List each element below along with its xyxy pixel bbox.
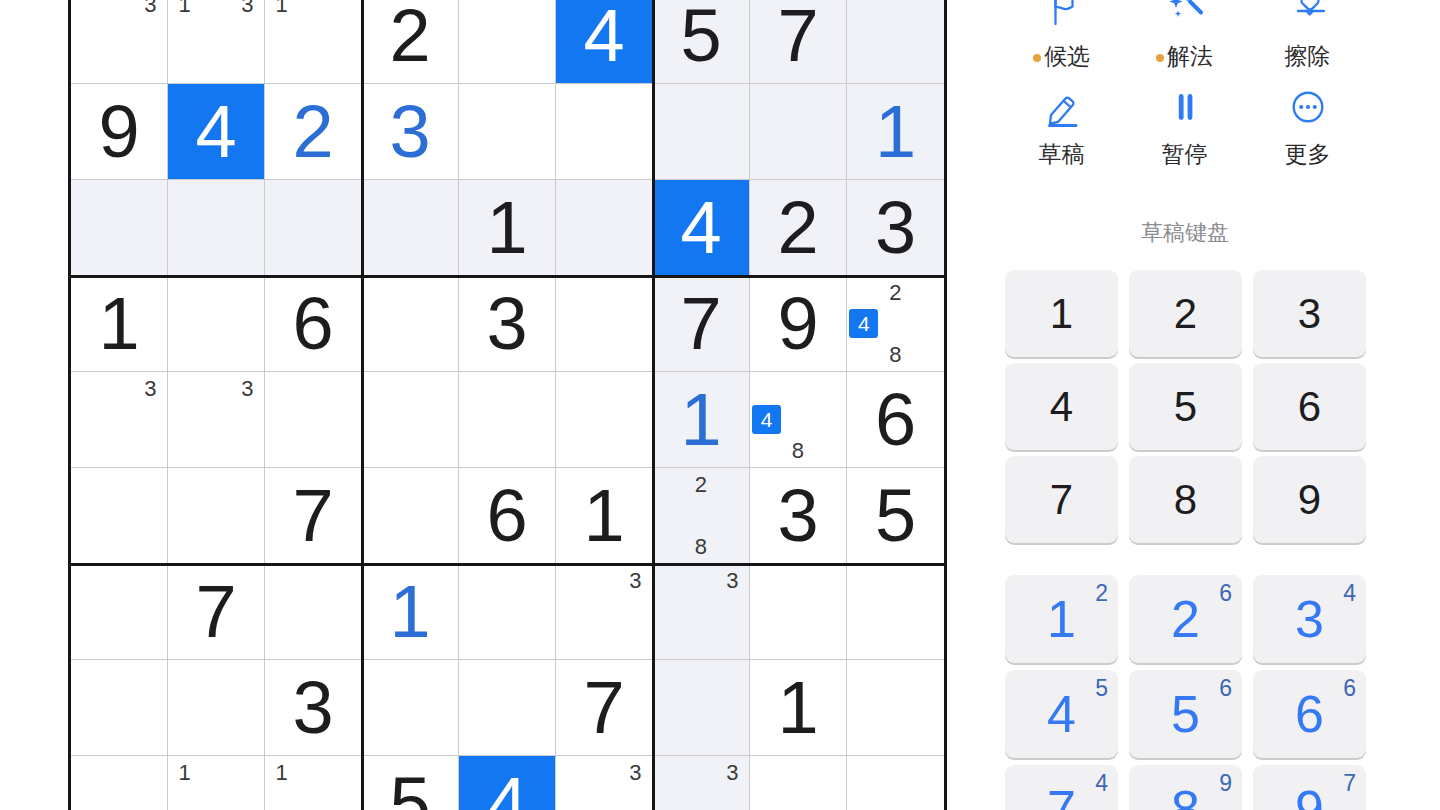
cell-r3c3[interactable]: [265, 180, 362, 276]
candidate-grid: 3: [654, 757, 748, 810]
candidate-1: 1: [169, 0, 200, 20]
cell-value: 3: [362, 84, 458, 179]
cell-r2c5[interactable]: [459, 84, 556, 180]
number-key-3[interactable]: 34: [1253, 575, 1366, 663]
cell-r5c5[interactable]: [459, 372, 556, 468]
number-key-count: 6: [1343, 675, 1356, 702]
candidate-3: 3: [717, 565, 748, 596]
number-key-digit: 9: [1295, 779, 1324, 810]
badge-dot: [1033, 54, 1041, 62]
pause-icon: [1165, 87, 1205, 127]
number-key-digit: 3: [1295, 589, 1324, 649]
cell-r3c7[interactable]: 4: [653, 180, 750, 276]
cell-r6c1[interactable]: [71, 468, 168, 564]
cell-value: 9: [750, 276, 846, 371]
cell-r5c8[interactable]: 48: [750, 372, 847, 468]
candidate-grid: 3: [557, 757, 651, 810]
tool-pause[interactable]: 暂停: [1123, 87, 1246, 167]
cell-r7c8[interactable]: [750, 564, 847, 660]
cell-value: 6: [459, 468, 555, 563]
draft-key-5[interactable]: 5: [1129, 363, 1242, 450]
cell-value: 1: [750, 660, 846, 755]
number-key-digit: 5: [1171, 684, 1200, 744]
cell-r4c4[interactable]: [362, 276, 459, 372]
cell-value: 4: [168, 84, 264, 179]
draft-keyboard-title: 草稿键盘: [1005, 218, 1365, 248]
cell-r9c9[interactable]: [847, 756, 944, 810]
candidate-3: 3: [232, 0, 263, 20]
cell-r1c7[interactable]: 5: [653, 0, 750, 84]
cell-r8c6[interactable]: 7: [556, 660, 653, 756]
candidate-2: 2: [880, 277, 912, 308]
candidate-grid: 3: [654, 565, 748, 658]
cell-value: 3: [750, 468, 846, 563]
cell-value: 5: [362, 756, 458, 810]
cell-r4c2[interactable]: [168, 276, 265, 372]
cell-value: 1: [556, 468, 652, 563]
candidate-3: 3: [135, 0, 166, 20]
candidate-grid: 28: [654, 469, 748, 562]
tool-candidates[interactable]: 候选: [1000, 0, 1123, 69]
cell-r2c2[interactable]: 4: [168, 84, 265, 180]
cell-value: 9: [71, 84, 167, 179]
candidate-grid: 48: [751, 373, 845, 466]
tool-label-candidates: 候选: [1000, 43, 1123, 69]
cell-r9c7[interactable]: 3: [653, 756, 750, 810]
candidate-1: 1: [169, 757, 200, 788]
cell-r1c4[interactable]: 2: [362, 0, 459, 84]
cell-r1c1[interactable]: 3: [71, 0, 168, 84]
cell-r8c3[interactable]: 3: [265, 660, 362, 756]
number-key-count: 4: [1095, 770, 1108, 797]
number-key-digit: 2: [1171, 589, 1200, 649]
candidate-grid: 1: [266, 757, 360, 810]
flag-icon: [1042, 0, 1082, 29]
candidate-2: 2: [685, 469, 716, 500]
number-key-digit: 6: [1295, 684, 1324, 744]
cell-r7c7[interactable]: 3: [653, 564, 750, 660]
draft-key-9[interactable]: 9: [1253, 456, 1366, 543]
tool-label-erase: 擦除: [1246, 43, 1369, 69]
cell-r5c4[interactable]: [362, 372, 459, 468]
cell-r1c3[interactable]: 1: [265, 0, 362, 84]
candidate-grid: 13: [169, 0, 263, 82]
cell-r1c6[interactable]: 4: [556, 0, 653, 84]
cell-r2c7[interactable]: [653, 84, 750, 180]
tool-more[interactable]: 更多: [1246, 87, 1369, 167]
cell-r5c1[interactable]: 3: [71, 372, 168, 468]
cell-r5c6[interactable]: [556, 372, 653, 468]
cell-r1c5[interactable]: [459, 0, 556, 84]
more-icon: [1288, 87, 1328, 127]
tool-solution[interactable]: 解法: [1123, 0, 1246, 69]
wand-icon: [1165, 0, 1205, 29]
number-key-9[interactable]: 97: [1253, 765, 1366, 810]
box-separator-vertical-1: [361, 0, 364, 810]
cell-r3c4[interactable]: [362, 180, 459, 276]
candidate-grid: 3: [72, 0, 166, 82]
cell-value: 1: [71, 276, 167, 371]
cell-value: 5: [847, 468, 944, 563]
cell-r6c5[interactable]: 6: [459, 468, 556, 564]
draft-key-8[interactable]: 8: [1129, 456, 1242, 543]
cell-r2c6[interactable]: [556, 84, 653, 180]
cell-r3c8[interactable]: 2: [750, 180, 847, 276]
cell-r3c6[interactable]: [556, 180, 653, 276]
badge-dot: [1156, 54, 1164, 62]
cell-r5c7[interactable]: 1: [653, 372, 750, 468]
tool-label-more: 更多: [1246, 141, 1369, 167]
number-key-1[interactable]: 12: [1005, 575, 1118, 663]
candidate-3: 3: [717, 757, 748, 788]
cell-r7c6[interactable]: 3: [556, 564, 653, 660]
cell-r8c7[interactable]: [653, 660, 750, 756]
number-key-count: 7: [1343, 770, 1356, 797]
number-key-count: 6: [1219, 580, 1232, 607]
cell-value: 4: [653, 180, 749, 275]
number-key-count: 6: [1219, 675, 1232, 702]
cell-r4c8[interactable]: 9: [750, 276, 847, 372]
number-key-count: 2: [1095, 580, 1108, 607]
cell-r3c5[interactable]: 1: [459, 180, 556, 276]
candidate-3: 3: [620, 757, 651, 788]
number-key-digit: 8: [1171, 779, 1200, 810]
cell-r9c2[interactable]: 1: [168, 756, 265, 810]
number-key-2[interactable]: 26: [1129, 575, 1242, 663]
number-key-digit: 7: [1047, 779, 1076, 810]
number-key-7[interactable]: 74: [1005, 765, 1118, 810]
candidate-8: 8: [782, 435, 813, 466]
cell-value: 7: [168, 564, 264, 659]
candidate-8: 8: [685, 531, 716, 562]
box-separator-horizontal-2: [71, 563, 944, 566]
candidate-8: 8: [880, 339, 912, 370]
number-key-5[interactable]: 56: [1129, 670, 1242, 758]
tool-erase[interactable]: 擦除: [1246, 0, 1369, 69]
cell-r2c9[interactable]: 1: [847, 84, 944, 180]
tool-draft[interactable]: 草稿: [1000, 87, 1123, 167]
cell-r7c9[interactable]: [847, 564, 944, 660]
cell-r4c1[interactable]: 1: [71, 276, 168, 372]
cell-r8c1[interactable]: [71, 660, 168, 756]
cell-r1c8[interactable]: 7: [750, 0, 847, 84]
pencil-icon: [1042, 87, 1082, 127]
number-key-count: 4: [1343, 580, 1356, 607]
cell-r6c2[interactable]: [168, 468, 265, 564]
cell-r6c7[interactable]: 28: [653, 468, 750, 564]
cell-r7c4[interactable]: 1: [362, 564, 459, 660]
cell-value: 7: [556, 660, 652, 755]
cell-r3c1[interactable]: [71, 180, 168, 276]
cell-r5c9[interactable]: 6: [847, 372, 944, 468]
cell-value: 3: [847, 180, 944, 275]
cell-value: 7: [265, 468, 361, 563]
number-keypad: 122634455666748997: [1005, 575, 1366, 810]
draft-keypad: 123456789: [1005, 270, 1366, 543]
cell-r6c6[interactable]: 1: [556, 468, 653, 564]
cell-r6c8[interactable]: 3: [750, 468, 847, 564]
cell-r9c8[interactable]: [750, 756, 847, 810]
cell-r4c7[interactable]: 7: [653, 276, 750, 372]
candidate-1: 1: [266, 0, 297, 20]
cell-r4c3[interactable]: 6: [265, 276, 362, 372]
cell-r9c4[interactable]: 5: [362, 756, 459, 810]
cell-value: 1: [362, 564, 458, 659]
cell-value: 2: [362, 0, 458, 83]
cell-r8c9[interactable]: [847, 660, 944, 756]
cell-r1c2[interactable]: 13: [168, 0, 265, 84]
number-key-8[interactable]: 89: [1129, 765, 1242, 810]
number-key-4[interactable]: 45: [1005, 670, 1118, 758]
cell-value: 6: [265, 276, 361, 371]
box-separator-horizontal-1: [71, 275, 944, 278]
cell-value: 7: [750, 0, 846, 83]
cell-r2c4[interactable]: 3: [362, 84, 459, 180]
number-key-count: 9: [1219, 770, 1232, 797]
cell-value: 1: [847, 84, 944, 179]
cell-r7c5[interactable]: [459, 564, 556, 660]
cell-r6c4[interactable]: [362, 468, 459, 564]
cell-value: 1: [653, 372, 749, 467]
cell-r8c8[interactable]: 1: [750, 660, 847, 756]
cell-r9c6[interactable]: 3: [556, 756, 653, 810]
cell-value: 4: [556, 0, 652, 83]
cell-r8c2[interactable]: [168, 660, 265, 756]
candidate-grid: 3: [169, 373, 263, 466]
cell-value: 2: [265, 84, 361, 179]
cell-r2c3[interactable]: 2: [265, 84, 362, 180]
cell-value: 3: [265, 660, 361, 755]
cell-r5c3[interactable]: [265, 372, 362, 468]
cell-r8c4[interactable]: [362, 660, 459, 756]
draft-key-6[interactable]: 6: [1253, 363, 1366, 450]
cell-r4c5[interactable]: 3: [459, 276, 556, 372]
candidate-3: 3: [620, 565, 651, 596]
cell-value: 3: [459, 276, 555, 371]
tool-label-solution: 解法: [1123, 43, 1246, 69]
sudoku-board: 3131245794231142316379248331486761283571…: [68, 0, 947, 810]
cell-r4c6[interactable]: [556, 276, 653, 372]
eraser-icon: [1288, 0, 1328, 29]
cell-r6c9[interactable]: 5: [847, 468, 944, 564]
cell-r7c1[interactable]: [71, 564, 168, 660]
cell-r8c5[interactable]: [459, 660, 556, 756]
cell-r7c3[interactable]: [265, 564, 362, 660]
draft-key-3[interactable]: 3: [1253, 270, 1366, 357]
cell-r6c3[interactable]: 7: [265, 468, 362, 564]
candidate-3: 3: [135, 373, 166, 404]
cell-r9c5[interactable]: 4: [459, 756, 556, 810]
cell-value: 2: [750, 180, 846, 275]
toolbar-row-1: 候选 解法 擦除: [1000, 0, 1369, 69]
cell-value: 5: [653, 0, 749, 83]
cell-r3c9[interactable]: 3: [847, 180, 944, 276]
draft-key-1[interactable]: 1: [1005, 270, 1118, 357]
candidate-4: 4: [752, 405, 781, 434]
candidate-grid: 3: [72, 373, 166, 466]
candidate-1: 1: [266, 757, 297, 788]
candidate-3: 3: [232, 373, 263, 404]
cell-r9c1[interactable]: [71, 756, 168, 810]
candidate-grid: 1: [169, 757, 263, 810]
number-key-count: 5: [1095, 675, 1108, 702]
tool-label-draft: 草稿: [1000, 141, 1123, 167]
cell-r7c2[interactable]: 7: [168, 564, 265, 660]
draft-key-4[interactable]: 4: [1005, 363, 1118, 450]
cell-r5c2[interactable]: 3: [168, 372, 265, 468]
cell-value: 4: [459, 756, 555, 810]
draft-key-2[interactable]: 2: [1129, 270, 1242, 357]
box-separator-vertical-2: [652, 0, 655, 810]
cell-value: 6: [847, 372, 944, 467]
cell-value: 1: [459, 180, 555, 275]
candidate-grid: 3: [557, 565, 651, 658]
tool-label-pause: 暂停: [1123, 141, 1246, 167]
cell-value: 7: [653, 276, 749, 371]
cell-r2c8[interactable]: [750, 84, 847, 180]
draft-key-7[interactable]: 7: [1005, 456, 1118, 543]
number-key-digit: 4: [1047, 684, 1076, 744]
number-key-6[interactable]: 66: [1253, 670, 1366, 758]
toolbar-row-2: 草稿 暂停 更多: [1000, 87, 1369, 167]
candidate-4: 4: [849, 309, 878, 338]
cell-r9c3[interactable]: 1: [265, 756, 362, 810]
cell-r1c9[interactable]: [847, 0, 944, 84]
cell-r4c9[interactable]: 248: [847, 276, 944, 372]
number-key-digit: 1: [1047, 589, 1076, 649]
cell-r2c1[interactable]: 9: [71, 84, 168, 180]
candidate-grid: 1: [266, 0, 360, 82]
candidate-grid: 248: [848, 277, 943, 370]
cell-r3c2[interactable]: [168, 180, 265, 276]
